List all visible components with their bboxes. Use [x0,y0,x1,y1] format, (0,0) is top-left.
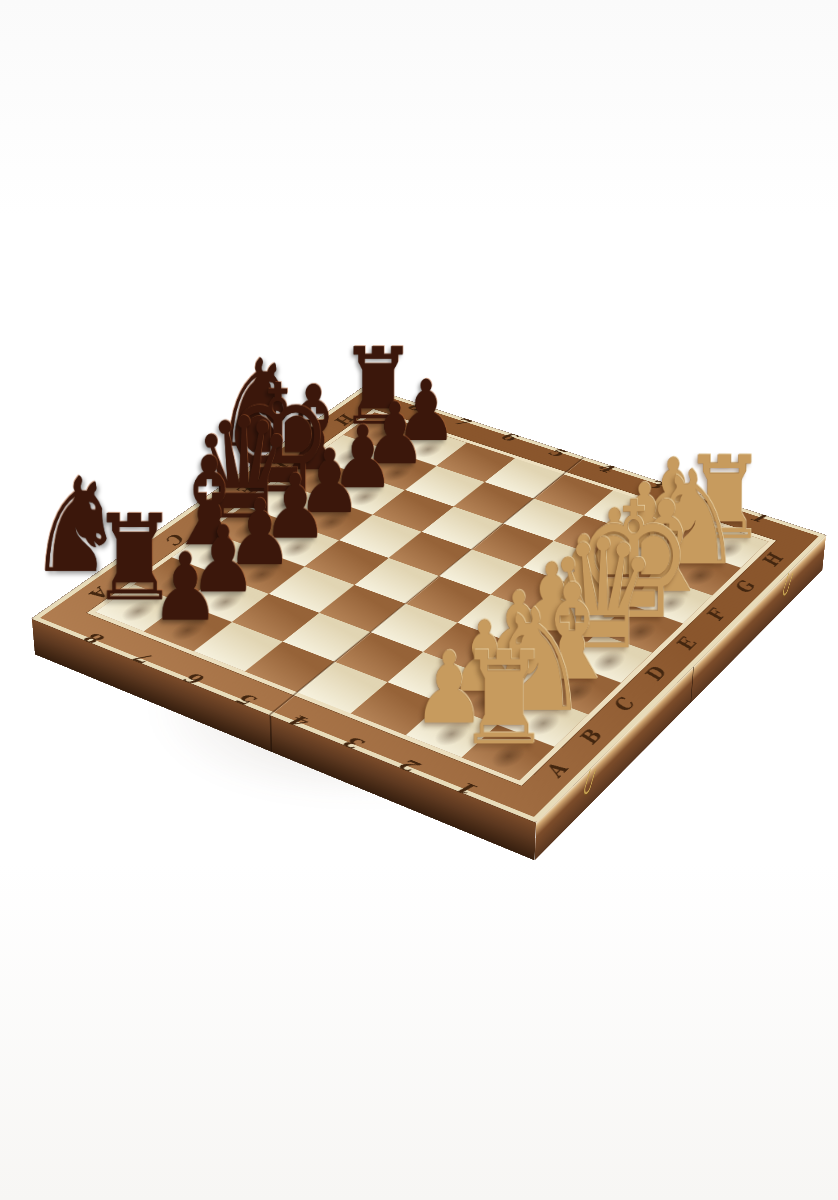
white-rook-glyph: ♜ [456,644,551,754]
brass-clasp-right [782,572,793,595]
black-pawn-glyph: ♟ [150,548,219,628]
board-scene: ABCDEFGH ABCDEFGH 87654321 87654321 ♜♞♝♛… [0,0,838,1200]
square-g5[interactable] [454,482,534,523]
brass-clasp-left [582,769,595,794]
photo-canvas: ABCDEFGH ABCDEFGH 87654321 87654321 ♜♞♝♛… [0,0,838,1200]
